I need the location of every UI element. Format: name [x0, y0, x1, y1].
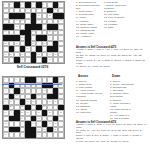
clue-number: 21 [10, 105, 12, 107]
answers-block-1: Answers to Self Crossword #275 Across: 1… [76, 46, 148, 69]
clue-number: 12 [49, 14, 51, 16]
clue-number: 28 [49, 111, 51, 113]
clue-number: 27 [32, 42, 34, 44]
clue-number: 31 [10, 53, 12, 55]
clue-number: 23 [21, 36, 23, 38]
clue-number: 19 [4, 30, 6, 32]
clue-number: 6 [60, 3, 61, 5]
answers-text: Across: 1. Cord, 5. Crop, 9. Area, 10. O… [76, 124, 148, 144]
clue-number: 16 [38, 19, 40, 21]
clue-number: 39 [4, 133, 6, 135]
clue-item: 16. Bats [104, 26, 149, 29]
clue-number: 24 [49, 36, 51, 38]
clue-number: 15 [4, 100, 6, 102]
clue-number: 33 [32, 122, 34, 124]
clue-number: 27 [38, 111, 40, 113]
clue-number: 29 [26, 47, 28, 49]
clue-number: 33 [38, 53, 40, 55]
crossword-grid-bottom: 1234567891011121314151617181920212223242… [2, 76, 65, 139]
clue-number: 17 [26, 100, 28, 102]
clue-number: 8 [26, 8, 27, 10]
clue-number: 2 [10, 3, 11, 5]
clue-number: 3 [21, 78, 22, 80]
clue-number: 1 [4, 78, 5, 80]
crossword-grid-top: 1234567891011121314151617181920212223242… [2, 1, 65, 64]
clue-number: 26 [15, 42, 17, 44]
down-header: Down [112, 75, 120, 78]
clue-number: 19 [49, 100, 51, 102]
clue-number: 5 [60, 78, 61, 80]
clue-number: 35 [54, 53, 56, 55]
clue-number: 23 [43, 105, 45, 107]
clue-number: 11 [38, 14, 40, 16]
clue-number: 32 [21, 53, 23, 55]
clue-number: 36 [38, 128, 40, 130]
clue-number: 12 [43, 89, 45, 91]
clue-number: 34 [49, 53, 51, 55]
clue-number: 20 [54, 100, 56, 102]
clue-number: 5 [43, 3, 44, 5]
clue-number: 2 [15, 78, 16, 80]
clue-number: 36 [4, 58, 6, 60]
clue-number: 3 [21, 3, 22, 5]
clue-number: 13 [15, 94, 17, 96]
clues-top-right-column: 3. Not aloud4. Empty liquid fromcontaine… [104, 1, 149, 29]
clue-number: 18 [15, 25, 17, 27]
clue-item: 16. That dove [76, 111, 109, 114]
clue-number: 40 [38, 133, 40, 135]
clue-number: 28 [43, 42, 45, 44]
clue-number: 13 [4, 19, 6, 21]
clue-number: 14 [38, 94, 40, 96]
puzzle-caption: Self Crossword #276 [0, 66, 65, 69]
clue-number: 38 [49, 58, 51, 60]
clue-number: 35 [54, 122, 56, 124]
white-cell [58, 132, 64, 138]
clue-number: 32 [4, 122, 6, 124]
clue-number: 17 [60, 19, 62, 21]
clue-number: 4 [38, 78, 39, 80]
clue-number: 38 [54, 128, 56, 130]
clues-top-left-column: 1. Belonging to us2. Expressed anotherwa… [76, 1, 104, 38]
clue-number: 22 [54, 30, 56, 32]
clue-number: 37 [21, 58, 23, 60]
clue-number: 24 [4, 111, 6, 113]
clue-number: 7 [4, 8, 5, 10]
clue-number: 10 [54, 8, 56, 10]
clue-number: 16 [10, 100, 12, 102]
clues-bottom-across-column: 1. Not up4. Came to go6. Little update8.… [76, 80, 109, 114]
clues-bottom-down-column: 1. Not up2. Slowly, sweetheart3. Dimwits… [110, 80, 149, 120]
across-header: Across [78, 75, 88, 78]
clue-number: 34 [49, 122, 51, 124]
clue-number: 21 [49, 30, 51, 32]
clue-number: 25 [4, 42, 6, 44]
answers-block-2: Answers to Self Crossword #276 Across: 1… [76, 121, 148, 144]
clue-number: 14 [15, 19, 17, 21]
clue-number: 9 [38, 8, 39, 10]
clue-number: 30 [21, 117, 23, 119]
clue-number: 31 [38, 117, 40, 119]
clue-number: 1 [4, 3, 5, 5]
clue-number: 29 [60, 111, 62, 113]
answers-line: 8. Pest, 13. Tenet, 15. Ages, 17. Seeds,… [76, 141, 148, 144]
clue-number: 22 [21, 105, 23, 107]
clue-number: 26 [26, 111, 28, 113]
answers-text: Across: 1. Oars, 4. Ions, 8. Also, 9. Tr… [76, 49, 148, 69]
clue-number: 15 [21, 19, 23, 21]
clue-item: 15. Not a woman [110, 117, 149, 120]
clue-number: 37 [43, 128, 45, 130]
white-cell [58, 57, 64, 63]
clue-number: 4 [32, 3, 33, 5]
clue-number: 11 [21, 89, 23, 91]
clue-number: 20 [32, 30, 34, 32]
clue-number: 25 [21, 111, 23, 113]
answers-line: 14. Enact, 16. Armed, 18. Tense [76, 66, 148, 69]
clue-number: 30 [4, 53, 6, 55]
crossword-page: { "game": "crossword", "position": { "gr… [0, 0, 150, 150]
clue-number: 10 [4, 89, 6, 91]
clue-item: 17. At tadpole [76, 35, 104, 38]
clue-number: 18 [32, 100, 34, 102]
highlight-line [2, 84, 62, 85]
